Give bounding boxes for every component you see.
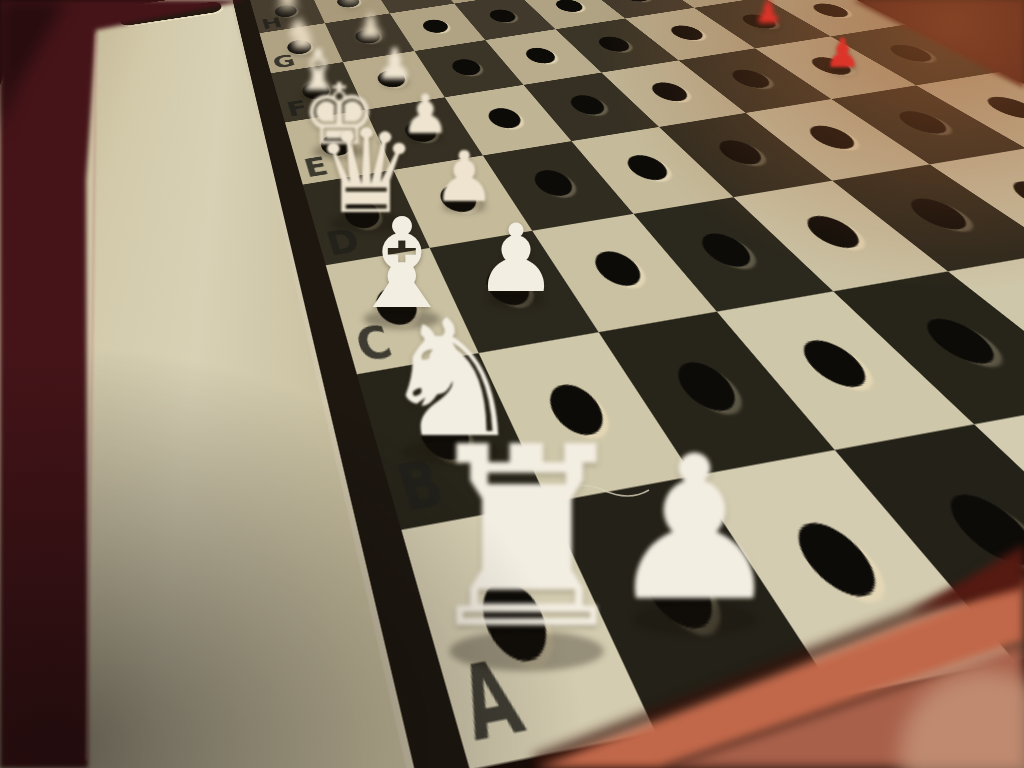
vignette-bottom-left (0, 0, 1024, 768)
frame-and-lighting-over (0, 0, 1024, 768)
travel-chess-set-photo: HBF HGFEDCBA ♜♟♞♟♝♟♟♚♟♟♛♟♝♟♞♜♟ (0, 0, 1024, 768)
